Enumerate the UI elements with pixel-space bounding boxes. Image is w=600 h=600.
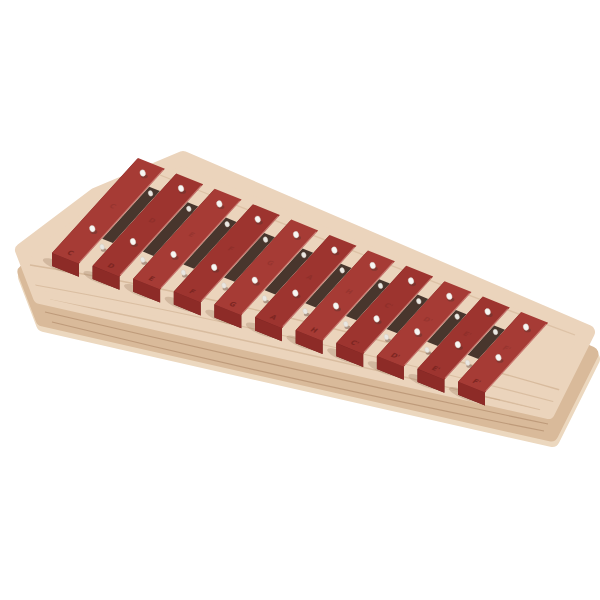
glockenspiel-illustration: CCDDEEFFGGAAHHC'C'D'D'E'E'F'F' bbox=[0, 0, 600, 600]
glockenspiel-product-photo: CCDDEEFFGGAAHHC'C'D'D'E'E'F'F' bbox=[0, 0, 600, 600]
